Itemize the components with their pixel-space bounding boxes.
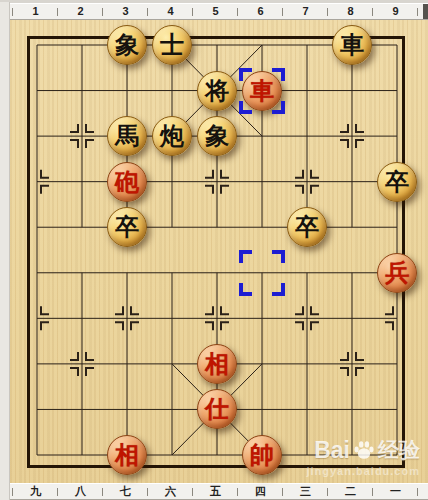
file-label-cn-9: 一 [373,484,418,499]
red-piece-相-f3r10[interactable]: 相 [107,435,147,475]
piece-glyph: 卒 [115,207,139,247]
piece-glyph: 象 [205,116,229,156]
strip-tick [57,488,58,496]
black-piece-象-f3r1[interactable]: 象 [107,25,147,65]
file-label-cn-6: 四 [238,484,283,499]
file-label-2: 2 [58,4,103,19]
file-label-3: 3 [103,4,148,19]
file-label-cn-7: 三 [283,484,328,499]
file-label-cn-8: 二 [328,484,373,499]
file-label-cn-1: 九 [13,484,58,499]
strip-tick [102,488,103,496]
strip-tick [147,8,148,16]
piece-glyph: 砲 [115,162,139,202]
black-piece-車-f8r1[interactable]: 車 [332,25,372,65]
file-label-9: 9 [373,4,418,19]
file-label-cn-4: 六 [148,484,193,499]
black-piece-卒-f9r4[interactable]: 卒 [377,162,417,202]
strip-tick [372,8,373,16]
strip-tick [237,8,238,16]
file-labels-bottom: 九八七六五四三二一 [10,483,428,500]
file-label-cn-3: 七 [103,484,148,499]
strip-tick [372,488,373,496]
black-piece-象-f5r3[interactable]: 象 [197,116,237,156]
strip-tick [237,488,238,496]
strip-tick [327,488,328,496]
piece-glyph: 士 [160,25,184,65]
file-labels-top: 123456789 [10,3,428,20]
file-label-cn-2: 八 [58,484,103,499]
file-label-1: 1 [13,4,58,19]
left-margin [0,2,10,500]
strip-tick [147,488,148,496]
xiangqi-board[interactable]: Bai 经验 jingyan.baidu.com 象士車将車馬炮象砲卒卒卒兵相仕… [10,20,428,483]
file-label-7: 7 [283,4,328,19]
black-piece-将-f5r2[interactable]: 将 [197,71,237,111]
red-piece-兵-f9r6[interactable]: 兵 [377,253,417,293]
baidu-paw-icon [352,438,376,462]
file-label-4: 4 [148,4,193,19]
file-label-cn-5: 五 [193,484,238,499]
piece-glyph: 馬 [115,116,139,156]
strip-tick [102,8,103,16]
piece-glyph: 仕 [205,389,229,429]
strip-tick [192,8,193,16]
piece-glyph: 相 [115,435,139,475]
red-piece-相-f5r8[interactable]: 相 [197,344,237,384]
strip-tick [192,488,193,496]
strip-tick [417,8,418,16]
strip-tick [327,8,328,16]
red-piece-車-f6r2[interactable]: 車 [242,71,282,111]
file-label-5: 5 [193,4,238,19]
strip-tick [282,8,283,16]
file-label-6: 6 [238,4,283,19]
piece-glyph: 象 [115,25,139,65]
strip-tick [57,8,58,16]
black-piece-馬-f3r3[interactable]: 馬 [107,116,147,156]
strip-tick [417,488,418,496]
piece-glyph: 相 [205,344,229,384]
watermark-brand-prefix: Bai [314,437,350,464]
black-piece-士-f4r1[interactable]: 士 [152,25,192,65]
piece-glyph: 炮 [160,116,184,156]
file-label-8: 8 [328,4,373,19]
piece-glyph: 帥 [250,435,274,475]
strip-tick [282,488,283,496]
watermark-url: jingyan.baidu.com [306,465,420,477]
black-piece-卒-f7r5[interactable]: 卒 [287,207,327,247]
black-piece-卒-f3r5[interactable]: 卒 [107,207,147,247]
strip-tick [12,488,13,496]
strip-tick [12,8,13,16]
piece-glyph: 車 [250,71,274,111]
xiangqi-app-window: 123456789 Bai 经验 jingyan.ba [0,0,428,500]
piece-glyph: 卒 [295,207,319,247]
black-piece-炮-f4r3[interactable]: 炮 [152,116,192,156]
watermark: Bai 经验 jingyan.baidu.com [306,436,420,477]
red-piece-砲-f3r4[interactable]: 砲 [107,162,147,202]
piece-glyph: 卒 [385,162,409,202]
piece-glyph: 車 [340,25,364,65]
strip-endcap [423,4,428,19]
red-piece-帥-f6r10[interactable]: 帥 [242,435,282,475]
watermark-brand-suffix: 经验 [378,436,420,464]
piece-glyph: 将 [205,71,229,111]
piece-glyph: 兵 [385,253,409,293]
